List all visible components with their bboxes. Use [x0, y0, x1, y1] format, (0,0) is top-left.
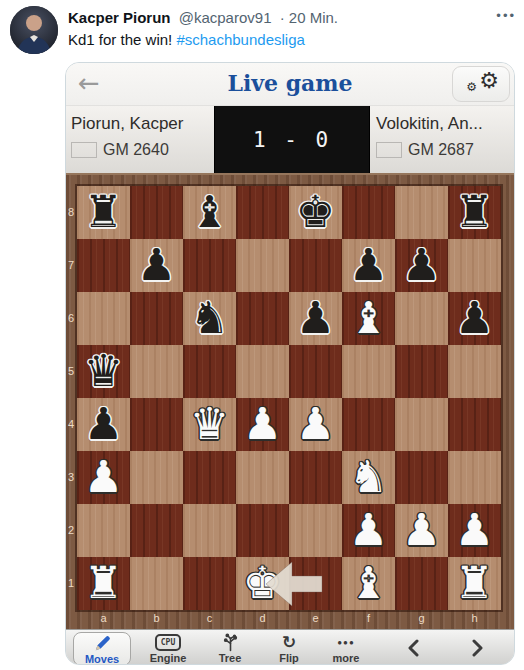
piece-white-pawn: ♟	[448, 504, 501, 557]
square-d1[interactable]: ♚	[236, 557, 289, 610]
square-a8[interactable]: ♜	[77, 186, 130, 239]
piece-white-pawn: ♟	[342, 504, 395, 557]
tweet-text-body: Kd1 for the win!	[68, 31, 176, 48]
piece-black-pawn: ♟	[448, 292, 501, 345]
ukraine-flag-icon	[376, 142, 402, 158]
file-label-b: b	[130, 610, 183, 627]
tweet-more-button[interactable]: •••	[496, 8, 516, 23]
piece-black-pawn: ♟	[77, 398, 130, 451]
square-f2[interactable]: ♟	[342, 504, 395, 557]
square-c5[interactable]	[183, 345, 236, 398]
toolbar-moves-label: Moves	[74, 653, 130, 665]
piece-black-knight: ♞	[183, 292, 236, 345]
piece-white-rook: ♜	[448, 557, 501, 610]
square-h2[interactable]: ♟	[448, 504, 501, 557]
square-b2[interactable]	[130, 504, 183, 557]
piece-black-pawn: ♟	[395, 239, 448, 292]
square-e7[interactable]	[289, 239, 342, 292]
piece-white-rook: ♜	[77, 557, 130, 610]
square-g3[interactable]	[395, 451, 448, 504]
hashtag-link[interactable]: #schachbundesliga	[176, 31, 304, 48]
author-handle[interactable]: @kacparov91	[179, 9, 272, 26]
toolbar-tree-button[interactable]: Tree	[201, 632, 259, 665]
board-frame: 87654321 ♜♝♚♜♟♟♟♞♟♝♟♛♟♛♟♟♟♞♟♟♟♜♚♝♜ abcde…	[66, 173, 514, 629]
rank-label-8: 8	[66, 186, 76, 239]
piece-white-pawn: ♟	[236, 398, 289, 451]
square-e8[interactable]: ♚	[289, 186, 342, 239]
chess-board: ♜♝♚♜♟♟♟♞♟♝♟♛♟♛♟♟♟♞♟♟♟♜♚♝♜	[77, 186, 501, 610]
avatar[interactable]	[10, 6, 58, 54]
piece-white-pawn: ♟	[77, 451, 130, 504]
square-c7[interactable]	[183, 239, 236, 292]
rank-label-7: 7	[66, 239, 76, 292]
square-g4[interactable]	[395, 398, 448, 451]
score-display: 1 - 0	[214, 106, 370, 173]
piece-black-king: ♚	[289, 186, 342, 239]
toolbar-moves-button[interactable]: Moves	[73, 632, 131, 665]
score-value: 1 - 0	[253, 128, 331, 152]
square-d6[interactable]	[236, 292, 289, 345]
piece-black-queen: ♛	[77, 345, 130, 398]
white-player-rating: GM 2640	[103, 141, 169, 159]
black-player-name: Volokitin, An...	[376, 114, 515, 134]
tweet-text: Kd1 for the win! #schachbundesliga	[68, 31, 498, 48]
piece-white-pawn: ♟	[289, 398, 342, 451]
toolbar-engine-button[interactable]: CPU Engine	[139, 632, 197, 665]
piece-white-king: ♚	[236, 557, 289, 610]
tweet-post: Kacper Piorun @kacparov91 · 20 Min. ••• …	[0, 0, 524, 670]
square-b1[interactable]	[130, 557, 183, 610]
square-a2[interactable]	[77, 504, 130, 557]
square-h4[interactable]	[448, 398, 501, 451]
next-move-button[interactable]	[458, 634, 498, 662]
square-f1[interactable]: ♝	[342, 557, 395, 610]
square-a1[interactable]: ♜	[77, 557, 130, 610]
square-a5[interactable]: ♛	[77, 345, 130, 398]
square-c1[interactable]	[183, 557, 236, 610]
file-label-d: d	[236, 610, 289, 627]
square-g5[interactable]	[395, 345, 448, 398]
square-e3[interactable]	[289, 451, 342, 504]
square-g6[interactable]	[395, 292, 448, 345]
white-player-panel: Piorun, Kacper GM 2640	[66, 106, 214, 173]
square-e6[interactable]: ♟	[289, 292, 342, 345]
square-c6[interactable]: ♞	[183, 292, 236, 345]
bottom-toolbar: Moves CPU Engine Tree ↻	[66, 629, 514, 665]
toolbar-more-label: more	[317, 652, 375, 664]
rank-label-1: 1	[66, 557, 76, 610]
file-labels: abcdefgh	[77, 610, 501, 627]
square-f8[interactable]	[342, 186, 395, 239]
file-label-g: g	[395, 610, 448, 627]
square-g7[interactable]: ♟	[395, 239, 448, 292]
square-f7[interactable]: ♟	[342, 239, 395, 292]
square-h6[interactable]: ♟	[448, 292, 501, 345]
more-dots-icon: ●●●	[337, 638, 355, 647]
square-b3[interactable]	[130, 451, 183, 504]
piece-white-bishop: ♝	[342, 557, 395, 610]
piece-black-pawn: ♟	[289, 292, 342, 345]
piece-black-rook: ♜	[77, 186, 130, 239]
rank-label-6: 6	[66, 292, 76, 345]
gear-small-icon: ⚙	[466, 80, 477, 94]
chevron-left-icon	[405, 639, 421, 657]
file-label-h: h	[448, 610, 501, 627]
piece-black-bishop: ♝	[183, 186, 236, 239]
cpu-icon: CPU	[139, 632, 197, 652]
square-f5[interactable]	[342, 345, 395, 398]
piece-white-bishop: ♝	[342, 292, 395, 345]
square-h7[interactable]	[448, 239, 501, 292]
tree-icon	[201, 632, 259, 652]
chess-app-card: ← Live game ⚙ ⚙ Piorun, Kacper GM 2640 1…	[65, 62, 515, 665]
square-b7[interactable]: ♟	[130, 239, 183, 292]
square-d5[interactable]	[236, 345, 289, 398]
square-b4[interactable]	[130, 398, 183, 451]
square-b5[interactable]	[130, 345, 183, 398]
tweet-time: · 20 Min.	[280, 9, 338, 26]
toolbar-flip-label: Flip	[260, 652, 318, 664]
piece-black-rook: ♜	[448, 186, 501, 239]
square-a3[interactable]: ♟	[77, 451, 130, 504]
toolbar-tree-label: Tree	[201, 652, 259, 664]
player-bar: Piorun, Kacper GM 2640 1 - 0 Volokitin, …	[66, 106, 514, 173]
file-label-e: e	[289, 610, 342, 627]
black-player-panel: Volokitin, An... GM 2687	[371, 106, 515, 173]
flip-icon: ↻	[282, 632, 296, 652]
piece-white-pawn: ♟	[395, 504, 448, 557]
square-d7[interactable]	[236, 239, 289, 292]
square-d8[interactable]	[236, 186, 289, 239]
white-player-name: Piorun, Kacper	[71, 114, 214, 134]
square-a4[interactable]: ♟	[77, 398, 130, 451]
square-f3[interactable]: ♞	[342, 451, 395, 504]
settings-button[interactable]: ⚙ ⚙	[452, 66, 510, 102]
square-h8[interactable]: ♜	[448, 186, 501, 239]
square-g1[interactable]	[395, 557, 448, 610]
piece-black-pawn: ♟	[130, 239, 183, 292]
square-b8[interactable]	[130, 186, 183, 239]
file-label-f: f	[342, 610, 395, 627]
file-label-c: c	[183, 610, 236, 627]
rank-label-4: 4	[66, 398, 76, 451]
square-c3[interactable]	[183, 451, 236, 504]
square-e2[interactable]	[289, 504, 342, 557]
app-header: ← Live game ⚙ ⚙	[66, 63, 514, 106]
toolbar-flip-button[interactable]: ↻ Flip	[260, 632, 318, 665]
prev-move-button[interactable]	[393, 634, 433, 662]
pencil-icon	[74, 633, 130, 653]
square-g8[interactable]	[395, 186, 448, 239]
tweet-name-row: Kacper Piorun @kacparov91 · 20 Min.	[68, 9, 488, 26]
square-a6[interactable]	[77, 292, 130, 345]
square-d4[interactable]: ♟	[236, 398, 289, 451]
square-h1[interactable]: ♜	[448, 557, 501, 610]
toolbar-engine-label: Engine	[139, 652, 197, 664]
square-a7[interactable]	[77, 239, 130, 292]
square-f4[interactable]	[342, 398, 395, 451]
square-e4[interactable]: ♟	[289, 398, 342, 451]
square-c4[interactable]: ♛	[183, 398, 236, 451]
rank-label-2: 2	[66, 504, 76, 557]
author-name[interactable]: Kacper Piorun	[68, 9, 171, 26]
toolbar-more-button[interactable]: ●●● more	[317, 632, 375, 665]
square-e1[interactable]	[289, 557, 342, 610]
poland-flag-icon	[71, 142, 97, 158]
square-g2[interactable]: ♟	[395, 504, 448, 557]
square-h3[interactable]	[448, 451, 501, 504]
rank-label-5: 5	[66, 345, 76, 398]
square-d3[interactable]	[236, 451, 289, 504]
square-b6[interactable]	[130, 292, 183, 345]
page-title: Live game	[66, 70, 514, 96]
square-e5[interactable]	[289, 345, 342, 398]
file-label-a: a	[77, 610, 130, 627]
rank-label-3: 3	[66, 451, 76, 504]
square-d2[interactable]	[236, 504, 289, 557]
piece-white-knight: ♞	[342, 451, 395, 504]
square-h5[interactable]	[448, 345, 501, 398]
chevron-right-icon	[470, 639, 486, 657]
piece-black-pawn: ♟	[342, 239, 395, 292]
square-c2[interactable]	[183, 504, 236, 557]
square-c8[interactable]: ♝	[183, 186, 236, 239]
gear-icon: ⚙	[479, 68, 499, 93]
square-f6[interactable]: ♝	[342, 292, 395, 345]
piece-white-queen: ♛	[183, 398, 236, 451]
black-player-rating: GM 2687	[408, 141, 474, 159]
